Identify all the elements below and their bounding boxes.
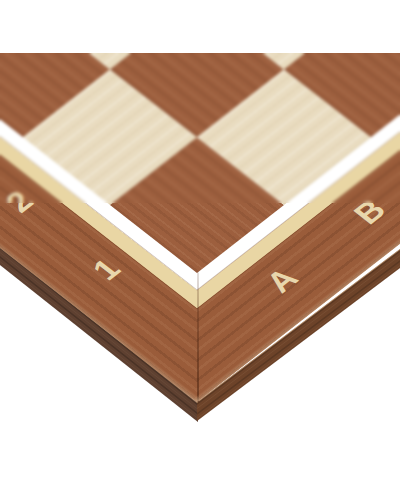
- miter-seam: [197, 273, 199, 402]
- chess-board: 12 AB: [0, 53, 400, 402]
- board-photo: 12 AB: [0, 53, 400, 480]
